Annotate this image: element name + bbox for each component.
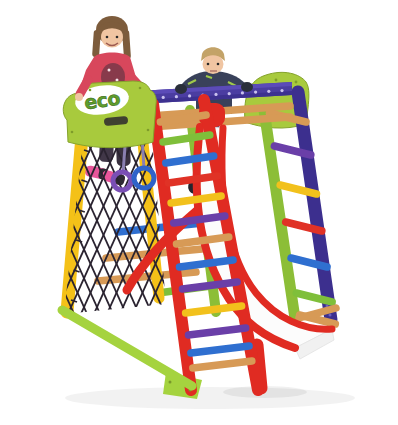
product-photo: eco (0, 0, 398, 425)
base-rail-left (62, 310, 192, 386)
climbing-frame-illustration: eco (0, 0, 398, 425)
right-ladder-purple-rail (298, 92, 331, 320)
floor-shadow (65, 386, 355, 409)
